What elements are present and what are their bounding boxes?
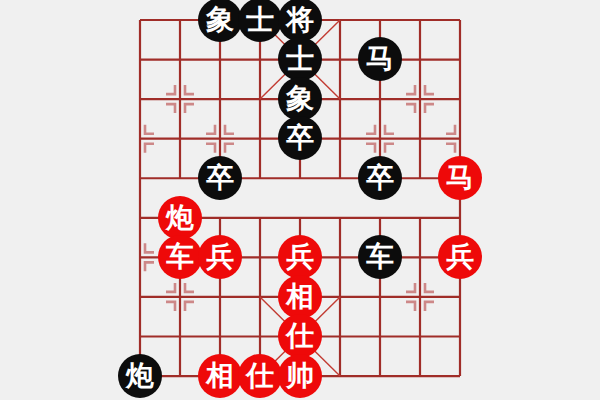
red-general[interactable]: 帅 [278,354,322,398]
red-cannon[interactable]: 炮 [158,196,202,240]
black-soldier[interactable]: 卒 [278,116,322,160]
black-chariot[interactable]: 车 [358,235,402,279]
red-elephant[interactable]: 相 [278,275,322,319]
red-horse[interactable]: 马 [438,156,482,200]
red-soldier[interactable]: 兵 [198,235,242,279]
red-chariot[interactable]: 车 [158,235,202,279]
black-cannon[interactable]: 炮 [118,354,162,398]
black-advisor[interactable]: 士 [238,0,282,42]
black-advisor[interactable]: 士 [278,37,322,81]
black-general[interactable]: 将 [278,0,322,42]
black-soldier[interactable]: 卒 [198,156,242,200]
red-soldier[interactable]: 兵 [438,235,482,279]
red-elephant[interactable]: 相 [198,354,242,398]
black-horse[interactable]: 马 [358,37,402,81]
red-advisor[interactable]: 仕 [278,314,322,358]
red-advisor[interactable]: 仕 [238,354,282,398]
black-elephant[interactable]: 象 [278,77,322,121]
black-soldier[interactable]: 卒 [358,156,402,200]
xiangqi-board[interactable]: 象士将士马象卒卒卒车炮马炮车兵兵兵相仕相仕帅 [120,0,480,396]
black-elephant[interactable]: 象 [198,0,242,42]
xiangqi-board-canvas: 象士将士马象卒卒卒车炮马炮车兵兵兵相仕相仕帅 [0,0,600,400]
red-soldier[interactable]: 兵 [278,235,322,279]
